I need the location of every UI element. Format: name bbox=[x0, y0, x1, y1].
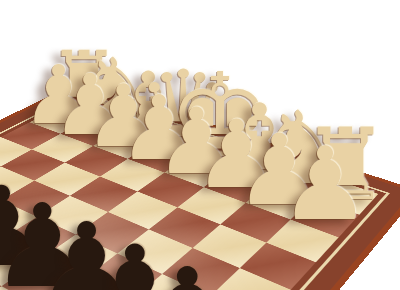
piece-white-pawn-h2[interactable]: ♟ bbox=[280, 134, 371, 235]
pieces-layer: ♜♞♝♛♚♝♞♜♟♟♟♟♟♟♟♟♟♟♟♟♟♟♟♟ bbox=[0, 0, 400, 290]
chess-product-photo: ♜♞♝♛♚♝♞♜♟♟♟♟♟♟♟♟♟♟♟♟♟♟♟♟ bbox=[0, 0, 400, 290]
piece-black-pawn-h7[interactable]: ♟ bbox=[129, 251, 246, 290]
